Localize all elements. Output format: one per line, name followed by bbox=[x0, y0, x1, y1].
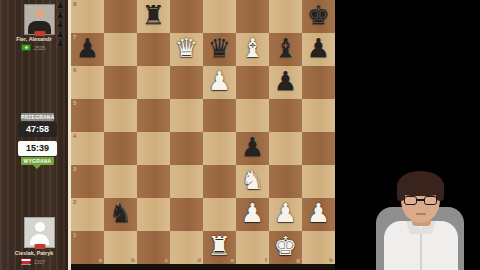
player-name-bottom: Cieslak, Patryk bbox=[3, 250, 64, 255]
presenter-hair bbox=[398, 171, 443, 196]
clock-bottom: 15:39 bbox=[18, 141, 57, 156]
square-g4[interactable] bbox=[269, 132, 302, 165]
square-c2[interactable] bbox=[137, 198, 170, 231]
square-f5[interactable] bbox=[236, 99, 269, 132]
clock-label-arrow-icon bbox=[33, 165, 41, 169]
square-h3[interactable] bbox=[302, 165, 335, 198]
square-a5[interactable]: 5 bbox=[71, 99, 104, 132]
square-d8[interactable] bbox=[170, 0, 203, 33]
file-label-d: d bbox=[197, 257, 201, 263]
square-a7[interactable]: 7♟ bbox=[71, 33, 104, 66]
black-knight[interactable]: ♞ bbox=[104, 198, 137, 231]
square-h2[interactable]: ♟ bbox=[302, 198, 335, 231]
clock-label-top: PRZEGRANA bbox=[21, 113, 54, 121]
square-h8[interactable]: ♚ bbox=[302, 0, 335, 33]
square-h6[interactable] bbox=[302, 66, 335, 99]
white-bishop[interactable]: ♝ bbox=[236, 33, 269, 66]
square-c6[interactable] bbox=[137, 66, 170, 99]
black-rook[interactable]: ♜ bbox=[137, 0, 170, 33]
clock-label-bottom: WYGRANA bbox=[21, 157, 54, 165]
rank-label-1: 1 bbox=[73, 232, 76, 238]
black-bishop[interactable]: ♝ bbox=[269, 33, 302, 66]
square-f2[interactable]: ♟ bbox=[236, 198, 269, 231]
square-h7[interactable]: ♟ bbox=[302, 33, 335, 66]
player-rating-bottom: 2307 bbox=[34, 259, 45, 264]
glasses-left-lens-icon bbox=[404, 196, 417, 205]
square-g6[interactable]: ♟ bbox=[269, 66, 302, 99]
avatar-silhouette-head bbox=[35, 222, 45, 232]
square-c3[interactable] bbox=[137, 165, 170, 198]
square-b1[interactable]: b bbox=[104, 231, 137, 264]
file-label-a: a bbox=[99, 257, 102, 263]
sidebar: Fier, Alexandr 2505 ♟♟♟♟♟ PRZEGRANA 47:5… bbox=[0, 0, 68, 270]
square-a4[interactable]: 4 bbox=[71, 132, 104, 165]
square-c4[interactable] bbox=[137, 132, 170, 165]
player-top-red-badge bbox=[34, 31, 45, 36]
square-b7[interactable] bbox=[104, 33, 137, 66]
square-f1[interactable]: f bbox=[236, 231, 269, 264]
square-c5[interactable] bbox=[137, 99, 170, 132]
square-b2[interactable]: ♞ bbox=[104, 198, 137, 231]
black-queen[interactable]: ♛ bbox=[203, 33, 236, 66]
captured-pieces-tray: ♟♟♟♟♟ bbox=[55, 0, 66, 48]
rank-label-6: 6 bbox=[73, 67, 76, 73]
file-label-b: b bbox=[131, 257, 135, 263]
white-pawn[interactable]: ♟ bbox=[269, 198, 302, 231]
square-f3[interactable]: ♞ bbox=[236, 165, 269, 198]
white-pawn[interactable]: ♟ bbox=[236, 198, 269, 231]
black-pawn[interactable]: ♟ bbox=[236, 132, 269, 165]
square-b5[interactable] bbox=[104, 99, 137, 132]
file-label-h: h bbox=[329, 257, 333, 263]
square-a6[interactable]: 6 bbox=[71, 66, 104, 99]
player-meta-bottom: 2307 bbox=[0, 258, 68, 265]
player-bottom-red-badge bbox=[34, 244, 45, 249]
square-d5[interactable] bbox=[170, 99, 203, 132]
player-photo-top bbox=[24, 4, 55, 35]
square-g8[interactable] bbox=[269, 0, 302, 33]
square-a8[interactable]: 8 bbox=[71, 0, 104, 33]
black-king[interactable]: ♚ bbox=[302, 0, 335, 33]
rank-label-5: 5 bbox=[73, 100, 76, 106]
square-g3[interactable] bbox=[269, 165, 302, 198]
black-pawn[interactable]: ♟ bbox=[71, 33, 104, 66]
square-d2[interactable] bbox=[170, 198, 203, 231]
poland-flag-icon bbox=[21, 258, 31, 265]
square-f7[interactable]: ♝ bbox=[236, 33, 269, 66]
square-a2[interactable]: 2 bbox=[71, 198, 104, 231]
square-b8[interactable] bbox=[104, 0, 137, 33]
player-avatar-bottom bbox=[24, 217, 55, 248]
black-pawn[interactable]: ♟ bbox=[302, 33, 335, 66]
clock-top: 47:58 bbox=[18, 122, 57, 137]
square-e7[interactable]: ♛ bbox=[203, 33, 236, 66]
webcam-panel bbox=[338, 0, 480, 270]
square-g7[interactable]: ♝ bbox=[269, 33, 302, 66]
square-e8[interactable] bbox=[203, 0, 236, 33]
square-d1[interactable]: d bbox=[170, 231, 203, 264]
chess-board[interactable]: 8♜♚7♟♛♛♝♝♟6♟♟54♟3♞2♞♟♟♟1abcde♜fg♚h bbox=[71, 0, 335, 264]
square-b3[interactable] bbox=[104, 165, 137, 198]
square-e6[interactable]: ♟ bbox=[203, 66, 236, 99]
file-label-c: c bbox=[165, 257, 168, 263]
rank-label-4: 4 bbox=[73, 133, 76, 139]
square-c8[interactable]: ♜ bbox=[137, 0, 170, 33]
square-b4[interactable] bbox=[104, 132, 137, 165]
square-h1[interactable]: h bbox=[302, 231, 335, 264]
square-e3[interactable] bbox=[203, 165, 236, 198]
square-f4[interactable]: ♟ bbox=[236, 132, 269, 165]
white-knight[interactable]: ♞ bbox=[236, 165, 269, 198]
square-f6[interactable] bbox=[236, 66, 269, 99]
square-e2[interactable] bbox=[203, 198, 236, 231]
square-d4[interactable] bbox=[170, 132, 203, 165]
square-e5[interactable] bbox=[203, 99, 236, 132]
square-d3[interactable] bbox=[170, 165, 203, 198]
square-d7[interactable]: ♛ bbox=[170, 33, 203, 66]
square-d6[interactable] bbox=[170, 66, 203, 99]
glasses-bridge-icon bbox=[416, 199, 425, 201]
rank-label-3: 3 bbox=[73, 166, 76, 172]
player-photo-head bbox=[35, 8, 45, 18]
square-h4[interactable] bbox=[302, 132, 335, 165]
white-pawn[interactable]: ♟ bbox=[302, 198, 335, 231]
white-queen[interactable]: ♛ bbox=[170, 33, 203, 66]
square-c7[interactable] bbox=[137, 33, 170, 66]
captured-pawn-icon: ♟ bbox=[56, 38, 65, 48]
square-f8[interactable] bbox=[236, 0, 269, 33]
presenter-mouth bbox=[416, 213, 426, 215]
square-e4[interactable] bbox=[203, 132, 236, 165]
square-e1[interactable]: e♜ bbox=[203, 231, 236, 264]
square-g5[interactable] bbox=[269, 99, 302, 132]
white-pawn[interactable]: ♟ bbox=[203, 66, 236, 99]
square-b6[interactable] bbox=[104, 66, 137, 99]
square-a1[interactable]: 1a bbox=[71, 231, 104, 264]
glasses-right-lens-icon bbox=[424, 196, 437, 205]
square-g1[interactable]: g♚ bbox=[269, 231, 302, 264]
rank-label-8: 8 bbox=[73, 1, 76, 7]
player-rating-top: 2505 bbox=[34, 45, 45, 50]
brazil-flag-icon bbox=[21, 44, 31, 51]
square-h5[interactable] bbox=[302, 99, 335, 132]
square-g2[interactable]: ♟ bbox=[269, 198, 302, 231]
rank-label-2: 2 bbox=[73, 199, 76, 205]
board-bottom-strip bbox=[71, 264, 335, 270]
black-pawn[interactable]: ♟ bbox=[269, 66, 302, 99]
white-rook[interactable]: ♜ bbox=[203, 231, 236, 264]
square-c1[interactable]: c bbox=[137, 231, 170, 264]
square-a3[interactable]: 3 bbox=[71, 165, 104, 198]
file-label-f: f bbox=[265, 257, 267, 263]
white-king[interactable]: ♚ bbox=[269, 231, 302, 264]
